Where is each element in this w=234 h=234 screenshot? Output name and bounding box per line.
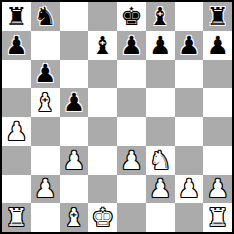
square-a7[interactable]: ♟	[2, 31, 31, 60]
square-d8[interactable]	[88, 2, 117, 31]
square-e1[interactable]	[117, 203, 146, 232]
white-bishop-c1[interactable]: ♝	[63, 205, 85, 230]
white-pawn-e3[interactable]: ♟	[120, 148, 142, 173]
square-e5[interactable]	[117, 88, 146, 117]
square-c1[interactable]: ♝	[60, 203, 89, 232]
square-g3[interactable]	[175, 146, 204, 175]
white-rook-a1[interactable]: ♜	[5, 205, 27, 230]
square-f7[interactable]: ♟	[146, 31, 175, 60]
square-e6[interactable]	[117, 60, 146, 89]
square-g8[interactable]	[175, 2, 204, 31]
black-pawn-c5[interactable]: ♟	[63, 90, 85, 115]
square-h7[interactable]: ♟	[203, 31, 232, 60]
square-h3[interactable]	[203, 146, 232, 175]
black-pawn-f7[interactable]: ♟	[149, 33, 171, 58]
black-rook-a8[interactable]: ♜	[5, 4, 27, 29]
square-f5[interactable]	[146, 88, 175, 117]
white-pawn-a4[interactable]: ♟	[5, 119, 27, 144]
square-a3[interactable]	[2, 146, 31, 175]
square-e2[interactable]	[117, 175, 146, 204]
square-g6[interactable]	[175, 60, 204, 89]
square-b1[interactable]	[31, 203, 60, 232]
square-e7[interactable]: ♟	[117, 31, 146, 60]
square-h2[interactable]: ♟	[203, 175, 232, 204]
white-rook-h1[interactable]: ♜	[206, 205, 228, 230]
black-knight-b8[interactable]: ♞	[34, 4, 56, 29]
black-king-e8[interactable]: ♚	[120, 4, 142, 29]
square-b8[interactable]: ♞	[31, 2, 60, 31]
square-b6[interactable]: ♟	[31, 60, 60, 89]
white-pawn-c3[interactable]: ♟	[63, 148, 85, 173]
square-a6[interactable]	[2, 60, 31, 89]
square-d3[interactable]	[88, 146, 117, 175]
black-pawn-b6[interactable]: ♟	[34, 61, 56, 86]
white-pawn-h2[interactable]: ♟	[206, 176, 228, 201]
square-a1[interactable]: ♜	[2, 203, 31, 232]
square-d7[interactable]: ♝	[88, 31, 117, 60]
white-pawn-b2[interactable]: ♟	[34, 176, 56, 201]
black-bishop-f8[interactable]: ♝	[149, 4, 171, 29]
square-c8[interactable]	[60, 2, 89, 31]
white-knight-f3[interactable]: ♞	[149, 148, 171, 173]
square-a5[interactable]	[2, 88, 31, 117]
square-b2[interactable]: ♟	[31, 175, 60, 204]
square-f4[interactable]	[146, 117, 175, 146]
square-g5[interactable]	[175, 88, 204, 117]
square-c2[interactable]	[60, 175, 89, 204]
square-f3[interactable]: ♞	[146, 146, 175, 175]
black-pawn-a7[interactable]: ♟	[5, 33, 27, 58]
white-king-d1[interactable]: ♚	[91, 205, 113, 230]
black-pawn-e7[interactable]: ♟	[120, 33, 142, 58]
square-e3[interactable]: ♟	[117, 146, 146, 175]
square-h8[interactable]: ♜	[203, 2, 232, 31]
black-pawn-g7[interactable]: ♟	[178, 33, 200, 58]
square-c7[interactable]	[60, 31, 89, 60]
black-rook-h8[interactable]: ♜	[206, 4, 228, 29]
chess-board: ♜♞♚♝♜♟♝♟♟♟♟♟♝♟♟♟♟♞♟♟♟♟♜♝♚♜	[2, 2, 232, 232]
black-pawn-h7[interactable]: ♟	[206, 33, 228, 58]
square-h5[interactable]	[203, 88, 232, 117]
square-f1[interactable]	[146, 203, 175, 232]
square-f2[interactable]: ♟	[146, 175, 175, 204]
square-f6[interactable]	[146, 60, 175, 89]
square-b3[interactable]	[31, 146, 60, 175]
square-a2[interactable]	[2, 175, 31, 204]
square-d5[interactable]	[88, 88, 117, 117]
square-c4[interactable]	[60, 117, 89, 146]
square-f8[interactable]: ♝	[146, 2, 175, 31]
square-g7[interactable]: ♟	[175, 31, 204, 60]
square-g1[interactable]	[175, 203, 204, 232]
square-d1[interactable]: ♚	[88, 203, 117, 232]
square-a8[interactable]: ♜	[2, 2, 31, 31]
square-a4[interactable]: ♟	[2, 117, 31, 146]
square-g2[interactable]: ♟	[175, 175, 204, 204]
square-b5[interactable]: ♝	[31, 88, 60, 117]
square-g4[interactable]	[175, 117, 204, 146]
black-bishop-d7[interactable]: ♝	[91, 33, 113, 58]
square-d6[interactable]	[88, 60, 117, 89]
chess-board-frame: ♜♞♚♝♜♟♝♟♟♟♟♟♝♟♟♟♟♞♟♟♟♟♜♝♚♜	[0, 0, 234, 234]
white-pawn-g2[interactable]: ♟	[178, 176, 200, 201]
white-pawn-f2[interactable]: ♟	[149, 176, 171, 201]
square-b7[interactable]	[31, 31, 60, 60]
white-bishop-b5[interactable]: ♝	[34, 90, 56, 115]
square-e8[interactable]: ♚	[117, 2, 146, 31]
square-b4[interactable]	[31, 117, 60, 146]
square-e4[interactable]	[117, 117, 146, 146]
square-d4[interactable]	[88, 117, 117, 146]
square-h6[interactable]	[203, 60, 232, 89]
square-h4[interactable]	[203, 117, 232, 146]
square-c6[interactable]	[60, 60, 89, 89]
square-h1[interactable]: ♜	[203, 203, 232, 232]
square-c3[interactable]: ♟	[60, 146, 89, 175]
square-c5[interactable]: ♟	[60, 88, 89, 117]
square-d2[interactable]	[88, 175, 117, 204]
